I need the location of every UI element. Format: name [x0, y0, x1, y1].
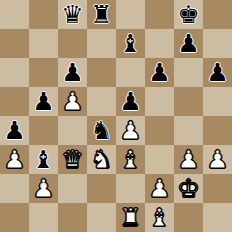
piece-white-pawn: ♟ — [206, 145, 228, 174]
piece-black-pawn: ♟ — [3, 116, 25, 145]
square-c5[interactable]: ♟ — [58, 87, 87, 116]
square-c1[interactable] — [58, 203, 87, 232]
square-c7[interactable] — [58, 29, 87, 58]
piece-white-queen: ♛ — [61, 145, 83, 174]
piece-black-bishop: ♝ — [119, 29, 141, 58]
piece-white-knight: ♞ — [90, 145, 112, 174]
piece-white-pawn: ♟ — [177, 145, 199, 174]
piece-black-pawn: ♟ — [148, 58, 170, 87]
square-b8[interactable] — [29, 0, 58, 29]
square-h7[interactable] — [203, 29, 232, 58]
square-h6[interactable]: ♟ — [203, 58, 232, 87]
square-b6[interactable] — [29, 58, 58, 87]
square-h1[interactable] — [203, 203, 232, 232]
square-h2[interactable] — [203, 174, 232, 203]
square-g2[interactable]: ♚ — [174, 174, 203, 203]
square-a5[interactable] — [0, 87, 29, 116]
piece-white-pawn: ♟ — [32, 174, 54, 203]
square-d7[interactable] — [87, 29, 116, 58]
piece-black-queen: ♛ — [61, 0, 83, 29]
square-e6[interactable] — [116, 58, 145, 87]
square-a7[interactable] — [0, 29, 29, 58]
square-b4[interactable] — [29, 116, 58, 145]
square-a4[interactable]: ♟ — [0, 116, 29, 145]
square-f2[interactable]: ♟ — [145, 174, 174, 203]
square-d6[interactable] — [87, 58, 116, 87]
square-g7[interactable]: ♟ — [174, 29, 203, 58]
piece-white-king: ♚ — [177, 174, 199, 203]
piece-black-pawn: ♟ — [61, 58, 83, 87]
square-f6[interactable]: ♟ — [145, 58, 174, 87]
square-c6[interactable]: ♟ — [58, 58, 87, 87]
square-d3[interactable]: ♞ — [87, 145, 116, 174]
square-f5[interactable] — [145, 87, 174, 116]
square-a3[interactable]: ♟ — [0, 145, 29, 174]
piece-black-bishop: ♝ — [32, 145, 54, 174]
square-e4[interactable]: ♟ — [116, 116, 145, 145]
square-c8[interactable]: ♛ — [58, 0, 87, 29]
square-b5[interactable]: ♟ — [29, 87, 58, 116]
square-g8[interactable]: ♚ — [174, 0, 203, 29]
square-f8[interactable] — [145, 0, 174, 29]
square-b7[interactable] — [29, 29, 58, 58]
square-b2[interactable]: ♟ — [29, 174, 58, 203]
square-g3[interactable]: ♟ — [174, 145, 203, 174]
piece-black-king: ♚ — [177, 0, 199, 29]
piece-black-pawn: ♟ — [32, 87, 54, 116]
piece-black-knight: ♞ — [90, 116, 112, 145]
piece-white-pawn: ♟ — [119, 116, 141, 145]
square-a8[interactable] — [0, 0, 29, 29]
square-c3[interactable]: ♛ — [58, 145, 87, 174]
piece-white-pawn: ♟ — [3, 145, 25, 174]
piece-black-rook: ♜ — [90, 0, 112, 29]
square-f1[interactable]: ♝ — [145, 203, 174, 232]
piece-white-pawn: ♟ — [61, 87, 83, 116]
square-g6[interactable] — [174, 58, 203, 87]
square-h4[interactable] — [203, 116, 232, 145]
square-d8[interactable]: ♜ — [87, 0, 116, 29]
square-e2[interactable] — [116, 174, 145, 203]
piece-white-bishop: ♝ — [119, 145, 141, 174]
square-c2[interactable] — [58, 174, 87, 203]
square-b1[interactable] — [29, 203, 58, 232]
square-d1[interactable] — [87, 203, 116, 232]
square-h8[interactable] — [203, 0, 232, 29]
square-f3[interactable] — [145, 145, 174, 174]
square-c4[interactable] — [58, 116, 87, 145]
piece-white-pawn: ♟ — [148, 174, 170, 203]
square-a1[interactable] — [0, 203, 29, 232]
square-h5[interactable] — [203, 87, 232, 116]
square-a6[interactable] — [0, 58, 29, 87]
chess-board: ♛♜♚♝♟♟♟♟♟♟♟♟♞♟♟♝♛♞♝♟♟♟♟♚♜♝ — [0, 0, 232, 232]
square-h3[interactable]: ♟ — [203, 145, 232, 174]
square-f4[interactable] — [145, 116, 174, 145]
piece-black-pawn: ♟ — [119, 87, 141, 116]
piece-black-pawn: ♟ — [177, 29, 199, 58]
square-e1[interactable]: ♜ — [116, 203, 145, 232]
square-g4[interactable] — [174, 116, 203, 145]
square-e8[interactable] — [116, 0, 145, 29]
piece-black-pawn: ♟ — [206, 58, 228, 87]
square-g5[interactable] — [174, 87, 203, 116]
square-e5[interactable]: ♟ — [116, 87, 145, 116]
square-e7[interactable]: ♝ — [116, 29, 145, 58]
square-f7[interactable] — [145, 29, 174, 58]
square-b3[interactable]: ♝ — [29, 145, 58, 174]
piece-white-rook: ♜ — [119, 203, 141, 232]
square-d4[interactable]: ♞ — [87, 116, 116, 145]
square-d5[interactable] — [87, 87, 116, 116]
piece-white-bishop: ♝ — [148, 203, 170, 232]
square-g1[interactable] — [174, 203, 203, 232]
square-a2[interactable] — [0, 174, 29, 203]
square-e3[interactable]: ♝ — [116, 145, 145, 174]
square-d2[interactable] — [87, 174, 116, 203]
